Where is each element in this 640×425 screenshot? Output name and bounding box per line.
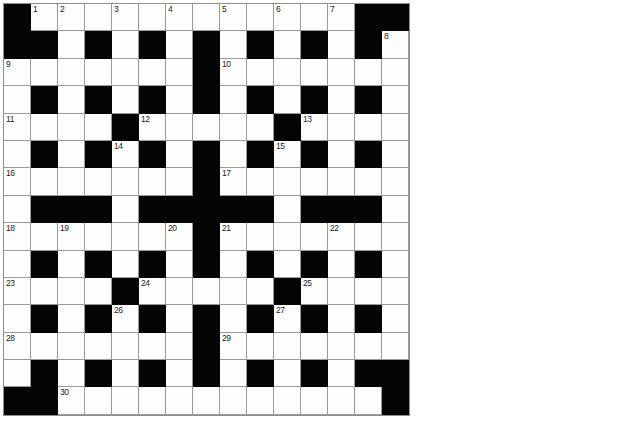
letter-cell[interactable] (301, 59, 328, 86)
block-cell (85, 86, 112, 113)
letter-cell[interactable] (4, 360, 31, 387)
block-cell (355, 31, 382, 58)
block-cell (247, 305, 274, 332)
letter-cell[interactable] (382, 114, 409, 141)
clue-number: 17 (222, 168, 231, 178)
block-cell (4, 31, 31, 58)
letter-cell[interactable] (247, 114, 274, 141)
letter-cell[interactable]: 21 (220, 223, 247, 250)
letter-cell[interactable] (58, 31, 85, 58)
letter-cell[interactable] (220, 141, 247, 168)
block-cell (355, 141, 382, 168)
block-cell (139, 31, 166, 58)
letter-cell[interactable] (166, 59, 193, 86)
block-cell (139, 141, 166, 168)
block-cell (301, 196, 328, 223)
block-cell (31, 305, 58, 332)
block-cell (382, 4, 409, 31)
clue-number: 27 (276, 305, 285, 315)
clue-number: 26 (114, 305, 123, 315)
letter-cell[interactable] (382, 141, 409, 168)
clue-number: 10 (222, 59, 231, 69)
block-cell (193, 59, 220, 86)
letter-cell[interactable] (220, 31, 247, 58)
letter-cell[interactable] (274, 251, 301, 278)
letter-cell[interactable] (112, 168, 139, 195)
block-cell (193, 251, 220, 278)
letter-cell[interactable] (112, 333, 139, 360)
letter-cell[interactable] (193, 387, 220, 414)
letter-cell[interactable] (355, 333, 382, 360)
letter-cell[interactable] (274, 360, 301, 387)
block-cell (274, 278, 301, 305)
letter-cell[interactable]: 30 (58, 387, 85, 414)
clue-number: 6 (276, 4, 280, 14)
clue-number: 13 (303, 114, 312, 124)
block-cell (193, 168, 220, 195)
clue-number: 19 (60, 223, 69, 233)
block-cell (247, 31, 274, 58)
block-cell (355, 196, 382, 223)
letter-cell[interactable] (220, 114, 247, 141)
block-cell (301, 141, 328, 168)
letter-cell[interactable] (220, 86, 247, 113)
clue-number: 16 (6, 168, 15, 178)
letter-cell[interactable] (112, 59, 139, 86)
block-cell (85, 141, 112, 168)
letter-cell[interactable] (355, 387, 382, 414)
letter-cell[interactable] (382, 305, 409, 332)
block-cell (139, 196, 166, 223)
letter-cell[interactable] (166, 387, 193, 414)
letter-cell[interactable] (193, 278, 220, 305)
letter-cell[interactable] (4, 196, 31, 223)
block-cell (382, 360, 409, 387)
letter-cell[interactable] (328, 333, 355, 360)
letter-cell[interactable] (301, 387, 328, 414)
letter-cell[interactable]: 27 (274, 305, 301, 332)
letter-cell[interactable] (355, 168, 382, 195)
clue-number: 4 (168, 4, 172, 14)
block-cell (301, 86, 328, 113)
clue-number: 5 (222, 4, 226, 14)
block-cell (85, 251, 112, 278)
letter-cell[interactable]: 7 (328, 4, 355, 31)
clue-number: 29 (222, 333, 231, 343)
letter-cell[interactable] (328, 114, 355, 141)
letter-cell[interactable] (301, 223, 328, 250)
clue-number: 11 (6, 114, 14, 124)
letter-cell[interactable] (193, 114, 220, 141)
letter-cell[interactable] (328, 387, 355, 414)
letter-cell[interactable] (382, 278, 409, 305)
letter-cell[interactable]: 9 (4, 59, 31, 86)
letter-cell[interactable]: 19 (58, 223, 85, 250)
letter-cell[interactable] (382, 196, 409, 223)
block-cell (31, 31, 58, 58)
letter-cell[interactable] (58, 333, 85, 360)
block-cell (31, 360, 58, 387)
letter-cell[interactable] (31, 223, 58, 250)
letter-cell[interactable] (166, 141, 193, 168)
letter-cell[interactable] (4, 251, 31, 278)
letter-cell[interactable] (247, 387, 274, 414)
block-cell (85, 31, 112, 58)
letter-cell[interactable] (139, 333, 166, 360)
letter-cell[interactable]: 29 (220, 333, 247, 360)
letter-cell[interactable]: 11 (4, 114, 31, 141)
letter-cell[interactable] (166, 333, 193, 360)
block-cell (193, 196, 220, 223)
letter-cell[interactable] (247, 4, 274, 31)
letter-cell[interactable] (139, 59, 166, 86)
letter-cell[interactable]: 15 (274, 141, 301, 168)
letter-cell[interactable] (58, 141, 85, 168)
block-cell (31, 141, 58, 168)
letter-cell[interactable] (382, 333, 409, 360)
letter-cell[interactable] (274, 333, 301, 360)
letter-cell[interactable] (31, 59, 58, 86)
letter-cell[interactable] (58, 114, 85, 141)
clue-number: 2 (60, 4, 64, 14)
clue-number: 28 (6, 333, 15, 343)
letter-cell[interactable] (139, 387, 166, 414)
letter-cell[interactable] (4, 305, 31, 332)
letter-cell[interactable] (220, 360, 247, 387)
letter-cell[interactable] (220, 251, 247, 278)
letter-cell[interactable]: 10 (220, 59, 247, 86)
block-cell (301, 251, 328, 278)
block-cell (85, 305, 112, 332)
block-cell (247, 251, 274, 278)
crossword-board: 1234567891011121314151617181920212223242… (3, 3, 410, 416)
block-cell (193, 86, 220, 113)
block-cell (193, 141, 220, 168)
letter-cell[interactable]: 1 (31, 4, 58, 31)
letter-cell[interactable] (139, 168, 166, 195)
letter-cell[interactable] (4, 141, 31, 168)
letter-cell[interactable] (112, 251, 139, 278)
block-cell (85, 360, 112, 387)
letter-cell[interactable] (85, 333, 112, 360)
letter-cell[interactable] (166, 305, 193, 332)
letter-cell[interactable] (58, 360, 85, 387)
clue-number: 8 (384, 31, 388, 41)
letter-cell[interactable] (328, 305, 355, 332)
letter-cell[interactable] (274, 59, 301, 86)
letter-cell[interactable] (328, 251, 355, 278)
letter-cell[interactable] (139, 223, 166, 250)
letter-cell[interactable] (247, 168, 274, 195)
letter-cell[interactable] (301, 333, 328, 360)
letter-cell[interactable]: 25 (301, 278, 328, 305)
block-cell (247, 86, 274, 113)
letter-cell[interactable] (112, 31, 139, 58)
letter-cell[interactable] (328, 31, 355, 58)
clue-number: 21 (222, 223, 231, 233)
letter-cell[interactable]: 14 (112, 141, 139, 168)
letter-cell[interactable] (31, 168, 58, 195)
letter-cell[interactable] (301, 168, 328, 195)
letter-cell[interactable] (112, 86, 139, 113)
letter-cell[interactable]: 28 (4, 333, 31, 360)
block-cell (31, 387, 58, 414)
letter-cell[interactable]: 13 (301, 114, 328, 141)
letter-cell[interactable] (166, 168, 193, 195)
letter-cell[interactable] (355, 223, 382, 250)
letter-cell[interactable] (85, 278, 112, 305)
letter-cell[interactable] (166, 251, 193, 278)
letter-cell[interactable]: 20 (166, 223, 193, 250)
letter-cell[interactable] (58, 251, 85, 278)
clue-number: 9 (6, 59, 10, 69)
letter-cell[interactable] (247, 223, 274, 250)
block-cell (4, 4, 31, 31)
block-cell (139, 251, 166, 278)
letter-cell[interactable] (220, 387, 247, 414)
letter-cell[interactable] (301, 4, 328, 31)
letter-cell[interactable] (112, 360, 139, 387)
clue-number: 7 (330, 4, 334, 14)
letter-cell[interactable] (274, 196, 301, 223)
letter-cell[interactable] (58, 86, 85, 113)
clue-number: 30 (60, 387, 69, 397)
block-cell (31, 196, 58, 223)
clue-number: 24 (141, 278, 150, 288)
letter-cell[interactable]: 2 (58, 4, 85, 31)
block-cell (328, 196, 355, 223)
letter-cell[interactable] (112, 196, 139, 223)
clue-number: 3 (114, 4, 118, 14)
block-cell (85, 196, 112, 223)
letter-cell[interactable] (355, 59, 382, 86)
block-cell (193, 223, 220, 250)
letter-cell[interactable] (58, 59, 85, 86)
block-cell (31, 251, 58, 278)
letter-cell[interactable]: 26 (112, 305, 139, 332)
letter-cell[interactable] (166, 360, 193, 387)
letter-cell[interactable]: 5 (220, 4, 247, 31)
clue-number: 15 (276, 141, 285, 151)
block-cell (58, 196, 85, 223)
letter-cell[interactable] (382, 168, 409, 195)
block-cell (166, 196, 193, 223)
letter-cell[interactable] (220, 278, 247, 305)
block-cell (355, 251, 382, 278)
letter-cell[interactable] (85, 387, 112, 414)
letter-cell[interactable] (382, 59, 409, 86)
block-cell (4, 387, 31, 414)
letter-cell[interactable] (58, 305, 85, 332)
block-cell (301, 360, 328, 387)
clue-number: 14 (114, 141, 123, 151)
block-cell (355, 360, 382, 387)
clue-number: 22 (330, 223, 339, 233)
clue-number: 12 (141, 114, 150, 124)
block-cell (193, 333, 220, 360)
clue-number: 25 (303, 278, 312, 288)
letter-cell[interactable] (58, 278, 85, 305)
letter-cell[interactable] (85, 223, 112, 250)
letter-cell[interactable]: 16 (4, 168, 31, 195)
letter-cell[interactable]: 18 (4, 223, 31, 250)
letter-cell[interactable] (166, 278, 193, 305)
block-cell (193, 305, 220, 332)
letter-cell[interactable] (85, 168, 112, 195)
block-cell (355, 305, 382, 332)
letter-cell[interactable]: 17 (220, 168, 247, 195)
letter-cell[interactable] (166, 86, 193, 113)
letter-cell[interactable] (112, 387, 139, 414)
letter-cell[interactable] (328, 86, 355, 113)
letter-cell[interactable] (355, 278, 382, 305)
letter-cell[interactable] (166, 114, 193, 141)
block-cell (274, 114, 301, 141)
letter-cell[interactable] (274, 387, 301, 414)
letter-cell[interactable] (31, 333, 58, 360)
letter-cell[interactable] (85, 59, 112, 86)
block-cell (301, 31, 328, 58)
letter-cell[interactable] (4, 86, 31, 113)
block-cell (382, 387, 409, 414)
block-cell (301, 305, 328, 332)
clue-number: 20 (168, 223, 177, 233)
letter-cell[interactable] (85, 114, 112, 141)
letter-cell[interactable] (274, 86, 301, 113)
block-cell (31, 86, 58, 113)
block-cell (247, 196, 274, 223)
letter-cell[interactable] (31, 278, 58, 305)
letter-cell[interactable] (85, 4, 112, 31)
letter-cell[interactable]: 24 (139, 278, 166, 305)
block-cell (193, 360, 220, 387)
letter-cell[interactable] (382, 223, 409, 250)
letter-cell[interactable] (247, 278, 274, 305)
letter-cell[interactable] (355, 114, 382, 141)
letter-cell[interactable] (193, 4, 220, 31)
block-cell (139, 305, 166, 332)
block-cell (247, 360, 274, 387)
letter-cell[interactable] (247, 333, 274, 360)
letter-cell[interactable] (274, 168, 301, 195)
block-cell (112, 114, 139, 141)
letter-cell[interactable]: 3 (112, 4, 139, 31)
letter-cell[interactable] (274, 223, 301, 250)
letter-cell[interactable] (328, 59, 355, 86)
letter-cell[interactable]: 23 (4, 278, 31, 305)
letter-cell[interactable]: 12 (139, 114, 166, 141)
letter-cell[interactable] (382, 86, 409, 113)
letter-cell[interactable] (220, 305, 247, 332)
letter-cell[interactable] (328, 360, 355, 387)
clue-number: 18 (6, 223, 15, 233)
letter-cell[interactable] (139, 4, 166, 31)
letter-cell[interactable] (58, 168, 85, 195)
block-cell (139, 360, 166, 387)
letter-cell[interactable]: 4 (166, 4, 193, 31)
block-cell (247, 141, 274, 168)
letter-cell[interactable] (328, 278, 355, 305)
clue-number: 23 (6, 278, 15, 288)
block-cell (355, 86, 382, 113)
letter-cell[interactable] (382, 251, 409, 278)
letter-cell[interactable] (112, 223, 139, 250)
letter-cell[interactable] (247, 59, 274, 86)
letter-cell[interactable] (31, 114, 58, 141)
letter-cell[interactable]: 22 (328, 223, 355, 250)
letter-cell[interactable] (166, 31, 193, 58)
clue-number: 1 (33, 4, 37, 14)
letter-cell[interactable]: 6 (274, 4, 301, 31)
block-cell (193, 31, 220, 58)
page: 1234567891011121314151617181920212223242… (0, 0, 640, 425)
letter-cell[interactable] (328, 141, 355, 168)
block-cell (355, 4, 382, 31)
block-cell (112, 278, 139, 305)
letter-cell[interactable] (274, 31, 301, 58)
letter-cell[interactable] (328, 168, 355, 195)
block-cell (220, 196, 247, 223)
letter-cell[interactable]: 8 (382, 31, 409, 58)
block-cell (139, 86, 166, 113)
